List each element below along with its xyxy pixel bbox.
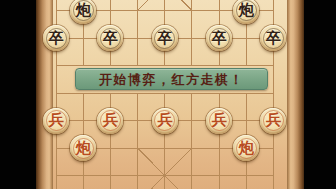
piece-glyph: 卒: [212, 31, 227, 46]
piece-black-soldier[interactable]: 卒: [260, 25, 286, 51]
piece-black-soldier[interactable]: 卒: [97, 25, 123, 51]
piece-ring: 兵: [46, 110, 67, 131]
piece-red-soldier[interactable]: 兵: [260, 108, 286, 134]
piece-red-cannon[interactable]: 炮: [233, 135, 259, 161]
piece-glyph: 兵: [103, 113, 118, 128]
piece-glyph: 炮: [76, 3, 91, 18]
turn-banner: 开始博弈，红方走棋！: [75, 68, 268, 90]
piece-ring: 炮: [236, 138, 257, 159]
piece-glyph: 卒: [103, 31, 118, 46]
piece-glyph: 炮: [239, 141, 254, 156]
piece-glyph: 兵: [266, 113, 281, 128]
piece-ring: 兵: [154, 110, 175, 131]
piece-glyph: 炮: [76, 141, 91, 156]
piece-ring: 卒: [263, 28, 284, 49]
piece-ring: 炮: [73, 0, 94, 21]
piece-glyph: 卒: [266, 31, 281, 46]
piece-glyph: 兵: [49, 113, 64, 128]
piece-ring: 卒: [46, 28, 67, 49]
piece-ring: 炮: [236, 0, 257, 21]
piece-glyph: 兵: [157, 113, 172, 128]
piece-ring: 兵: [209, 110, 230, 131]
piece-ring: 兵: [100, 110, 121, 131]
piece-glyph: 兵: [212, 113, 227, 128]
xiangqi-game-screenshot: 开始博弈，红方走棋！ 炮炮卒卒卒卒卒兵兵兵兵兵炮炮: [0, 0, 336, 189]
piece-glyph: 卒: [157, 31, 172, 46]
piece-red-soldier[interactable]: 兵: [43, 108, 69, 134]
piece-black-soldier[interactable]: 卒: [206, 25, 232, 51]
piece-red-soldier[interactable]: 兵: [97, 108, 123, 134]
turn-banner-text: 开始博弈，红方走棋！: [99, 73, 244, 86]
piece-ring: 炮: [73, 138, 94, 159]
piece-ring: 卒: [100, 28, 121, 49]
piece-ring: 卒: [154, 28, 175, 49]
piece-red-soldier[interactable]: 兵: [206, 108, 232, 134]
letterbox-right: [304, 0, 336, 189]
board-frame-right: [287, 0, 304, 189]
piece-black-soldier[interactable]: 卒: [152, 25, 178, 51]
xiangqi-board[interactable]: 开始博弈，红方走棋！ 炮炮卒卒卒卒卒兵兵兵兵兵炮炮: [36, 0, 304, 189]
piece-glyph: 炮: [239, 3, 254, 18]
piece-red-soldier[interactable]: 兵: [152, 108, 178, 134]
letterbox-left: [0, 0, 36, 189]
piece-black-soldier[interactable]: 卒: [43, 25, 69, 51]
piece-glyph: 卒: [49, 31, 64, 46]
piece-red-cannon[interactable]: 炮: [70, 135, 96, 161]
piece-ring: 卒: [209, 28, 230, 49]
piece-ring: 兵: [263, 110, 284, 131]
